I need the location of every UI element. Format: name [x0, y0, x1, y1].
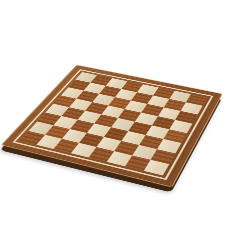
- product-photo: [0, 0, 232, 232]
- chess-board[interactable]: [1, 65, 223, 188]
